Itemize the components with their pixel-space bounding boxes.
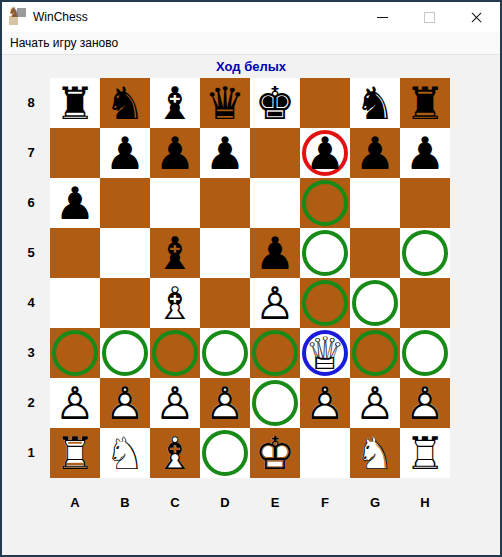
square-d6[interactable] bbox=[200, 178, 250, 228]
file-labels: ABCDEFGH bbox=[50, 488, 450, 518]
square-h8[interactable]: ♜ bbox=[400, 78, 450, 128]
rank-label-4: 4 bbox=[18, 278, 44, 328]
square-e1[interactable]: ♚♔ bbox=[250, 428, 300, 478]
white-pawn: ♟♙ bbox=[400, 378, 450, 428]
white-pawn: ♟♙ bbox=[100, 378, 150, 428]
square-d8[interactable]: ♛ bbox=[200, 78, 250, 128]
file-label-f: F bbox=[300, 488, 350, 518]
square-f7[interactable]: ♟ bbox=[300, 128, 350, 178]
square-g3[interactable] bbox=[350, 328, 400, 378]
black-pawn: ♟ bbox=[100, 128, 150, 178]
square-c3[interactable] bbox=[150, 328, 200, 378]
square-a1[interactable]: ♜♖ bbox=[50, 428, 100, 478]
white-pawn: ♟♙ bbox=[150, 378, 200, 428]
file-label-e: E bbox=[250, 488, 300, 518]
square-h5[interactable] bbox=[400, 228, 450, 278]
black-pawn: ♟ bbox=[300, 128, 350, 178]
square-b6[interactable] bbox=[100, 178, 150, 228]
app-icon: ♞ bbox=[9, 8, 27, 26]
rank-label-2: 2 bbox=[18, 378, 44, 428]
legal-move-marker bbox=[252, 330, 298, 376]
white-rook: ♜♖ bbox=[400, 428, 450, 478]
square-e3[interactable] bbox=[250, 328, 300, 378]
square-e8[interactable]: ♚ bbox=[250, 78, 300, 128]
legal-move-marker bbox=[302, 230, 348, 276]
legal-move-marker bbox=[402, 230, 448, 276]
square-g1[interactable]: ♞♘ bbox=[350, 428, 400, 478]
black-rook: ♜ bbox=[400, 78, 450, 128]
rank-label-1: 1 bbox=[18, 428, 44, 478]
rank-label-7: 7 bbox=[18, 128, 44, 178]
white-pawn: ♟♙ bbox=[350, 378, 400, 428]
black-pawn: ♟ bbox=[400, 128, 450, 178]
chess-board: ♜♞♝♛♚♞♜♟♟♟♟♟♟♟♝♟♝♗♟♙♛♕♟♙♟♙♟♙♟♙♟♙♟♙♟♙♜♖♞♘… bbox=[50, 78, 450, 478]
legal-move-marker bbox=[352, 330, 398, 376]
white-king: ♚♔ bbox=[250, 428, 300, 478]
black-pawn: ♟ bbox=[50, 178, 100, 228]
square-e2[interactable] bbox=[250, 378, 300, 428]
square-d7[interactable]: ♟ bbox=[200, 128, 250, 178]
square-c2[interactable]: ♟♙ bbox=[150, 378, 200, 428]
close-icon bbox=[470, 11, 483, 24]
square-c1[interactable]: ♝♗ bbox=[150, 428, 200, 478]
square-f4[interactable] bbox=[300, 278, 350, 328]
titlebar: ♞ WinChess bbox=[2, 2, 500, 32]
black-pawn: ♟ bbox=[200, 128, 250, 178]
square-g5[interactable] bbox=[350, 228, 400, 278]
black-rook: ♜ bbox=[50, 78, 100, 128]
black-pawn: ♟ bbox=[350, 128, 400, 178]
square-c5[interactable]: ♝ bbox=[150, 228, 200, 278]
square-h2[interactable]: ♟♙ bbox=[400, 378, 450, 428]
square-d2[interactable]: ♟♙ bbox=[200, 378, 250, 428]
white-pawn: ♟♙ bbox=[300, 378, 350, 428]
square-f2[interactable]: ♟♙ bbox=[300, 378, 350, 428]
legal-move-marker bbox=[202, 330, 248, 376]
file-label-g: G bbox=[350, 488, 400, 518]
rank-label-5: 5 bbox=[18, 228, 44, 278]
black-knight: ♞ bbox=[100, 78, 150, 128]
square-d5[interactable] bbox=[200, 228, 250, 278]
legal-move-marker bbox=[302, 280, 348, 326]
legal-move-marker bbox=[52, 330, 98, 376]
caption-buttons bbox=[359, 2, 500, 32]
close-button[interactable] bbox=[453, 2, 500, 32]
square-a5[interactable] bbox=[50, 228, 100, 278]
rank-label-3: 3 bbox=[18, 328, 44, 378]
square-b1[interactable]: ♞♘ bbox=[100, 428, 150, 478]
winchess-window: ♞ WinChess Начать игру заново Ход белых … bbox=[0, 0, 502, 557]
black-pawn: ♟ bbox=[150, 128, 200, 178]
window-title: WinChess bbox=[33, 2, 88, 32]
square-e7[interactable] bbox=[250, 128, 300, 178]
maximize-icon bbox=[424, 12, 435, 23]
square-a8[interactable]: ♜ bbox=[50, 78, 100, 128]
square-a4[interactable] bbox=[50, 278, 100, 328]
square-d1[interactable] bbox=[200, 428, 250, 478]
square-b3[interactable] bbox=[100, 328, 150, 378]
black-bishop: ♝ bbox=[150, 78, 200, 128]
square-a2[interactable]: ♟♙ bbox=[50, 378, 100, 428]
minimize-button[interactable] bbox=[359, 2, 406, 32]
square-c7[interactable]: ♟ bbox=[150, 128, 200, 178]
file-label-h: H bbox=[400, 488, 450, 518]
square-h3[interactable] bbox=[400, 328, 450, 378]
black-bishop: ♝ bbox=[150, 228, 200, 278]
square-h6[interactable] bbox=[400, 178, 450, 228]
black-king: ♚ bbox=[250, 78, 300, 128]
square-g8[interactable]: ♞ bbox=[350, 78, 400, 128]
square-h4[interactable] bbox=[400, 278, 450, 328]
square-f8[interactable] bbox=[300, 78, 350, 128]
legal-move-marker bbox=[102, 330, 148, 376]
square-g6[interactable] bbox=[350, 178, 400, 228]
rank-labels: 87654321 bbox=[18, 78, 44, 478]
square-b7[interactable]: ♟ bbox=[100, 128, 150, 178]
menu-item-new-game[interactable]: Начать игру заново bbox=[2, 32, 126, 54]
white-pawn: ♟♙ bbox=[50, 378, 100, 428]
file-label-d: D bbox=[200, 488, 250, 518]
white-rook: ♜♖ bbox=[50, 428, 100, 478]
square-b5[interactable] bbox=[100, 228, 150, 278]
turn-indicator: Ход белых bbox=[2, 58, 500, 76]
file-label-a: A bbox=[50, 488, 100, 518]
square-f1[interactable] bbox=[300, 428, 350, 478]
rank-label-6: 6 bbox=[18, 178, 44, 228]
minimize-icon bbox=[377, 17, 388, 18]
legal-move-marker bbox=[202, 430, 248, 476]
square-h7[interactable]: ♟ bbox=[400, 128, 450, 178]
legal-move-marker bbox=[302, 180, 348, 226]
square-e4[interactable]: ♟♙ bbox=[250, 278, 300, 328]
file-label-c: C bbox=[150, 488, 200, 518]
black-queen: ♛ bbox=[200, 78, 250, 128]
square-d3[interactable] bbox=[200, 328, 250, 378]
white-pawn: ♟♙ bbox=[200, 378, 250, 428]
square-g2[interactable]: ♟♙ bbox=[350, 378, 400, 428]
square-f5[interactable] bbox=[300, 228, 350, 278]
rank-label-8: 8 bbox=[18, 78, 44, 128]
legal-move-marker bbox=[402, 330, 448, 376]
square-a6[interactable]: ♟ bbox=[50, 178, 100, 228]
file-label-b: B bbox=[100, 488, 150, 518]
white-queen: ♛♕ bbox=[300, 328, 350, 378]
square-a3[interactable] bbox=[50, 328, 100, 378]
knight-icon: ♞ bbox=[8, 4, 21, 20]
legal-move-marker bbox=[252, 380, 298, 426]
square-g4[interactable] bbox=[350, 278, 400, 328]
square-h1[interactable]: ♜♖ bbox=[400, 428, 450, 478]
legal-move-marker bbox=[352, 280, 398, 326]
maximize-button[interactable] bbox=[406, 2, 453, 32]
menubar: Начать игру заново bbox=[2, 32, 500, 55]
square-d4[interactable] bbox=[200, 278, 250, 328]
square-f3[interactable]: ♛♕ bbox=[300, 328, 350, 378]
white-bishop: ♝♗ bbox=[150, 278, 200, 328]
white-knight: ♞♘ bbox=[350, 428, 400, 478]
legal-move-marker bbox=[152, 330, 198, 376]
white-bishop: ♝♗ bbox=[150, 428, 200, 478]
square-a7[interactable] bbox=[50, 128, 100, 178]
square-f6[interactable] bbox=[300, 178, 350, 228]
white-knight: ♞♘ bbox=[100, 428, 150, 478]
square-b4[interactable] bbox=[100, 278, 150, 328]
square-b2[interactable]: ♟♙ bbox=[100, 378, 150, 428]
square-e6[interactable] bbox=[250, 178, 300, 228]
black-knight: ♞ bbox=[350, 78, 400, 128]
square-g7[interactable]: ♟ bbox=[350, 128, 400, 178]
square-c4[interactable]: ♝♗ bbox=[150, 278, 200, 328]
white-pawn: ♟♙ bbox=[250, 278, 300, 328]
square-e5[interactable]: ♟ bbox=[250, 228, 300, 278]
square-c8[interactable]: ♝ bbox=[150, 78, 200, 128]
black-pawn: ♟ bbox=[250, 228, 300, 278]
square-c6[interactable] bbox=[150, 178, 200, 228]
square-b8[interactable]: ♞ bbox=[100, 78, 150, 128]
